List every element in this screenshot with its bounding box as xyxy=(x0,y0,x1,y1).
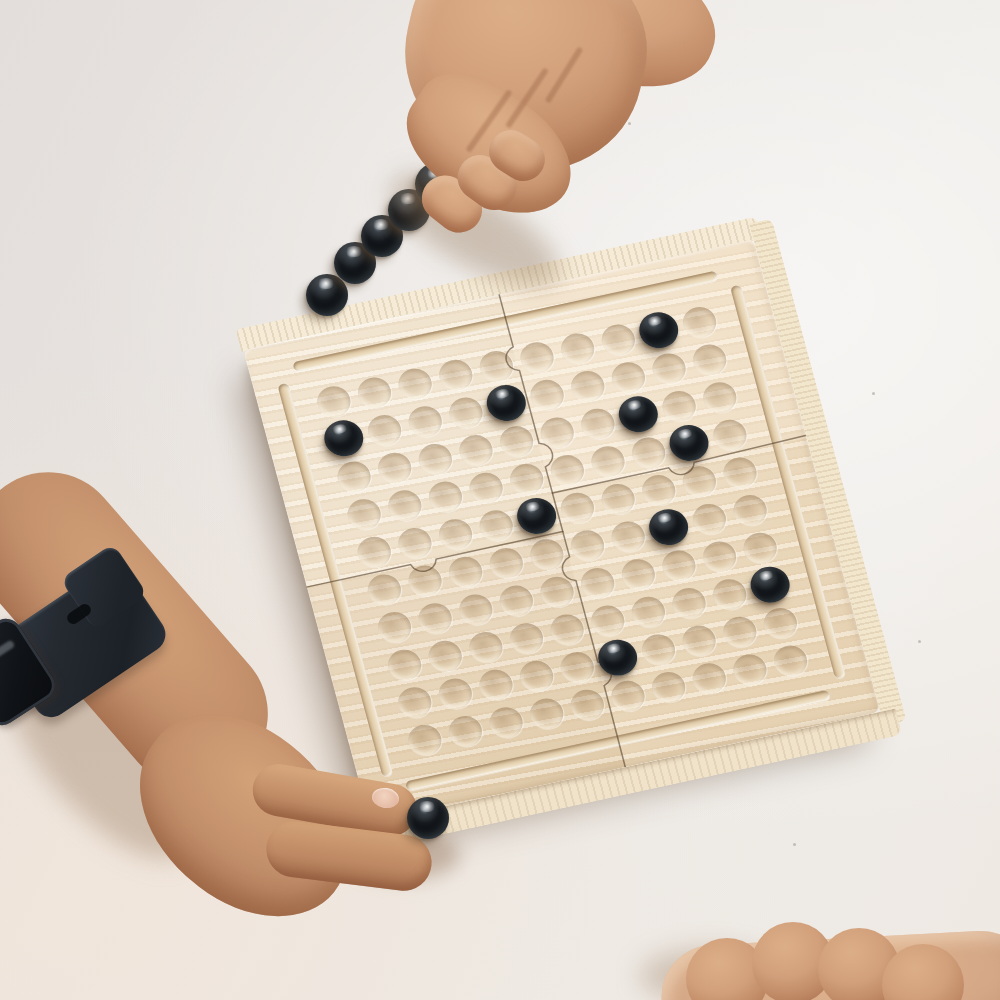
dimple-r4-c10[interactable] xyxy=(709,416,749,453)
dimple-r4-c1[interactable] xyxy=(344,496,384,533)
dimple-r10-c10[interactable] xyxy=(770,642,810,679)
dust-speck xyxy=(872,392,875,395)
dimple-r2-c3[interactable] xyxy=(405,403,445,440)
dimple-r10-c7[interactable] xyxy=(648,669,688,706)
dimple-r8-c2[interactable] xyxy=(425,637,465,674)
dimple-r7-c6[interactable] xyxy=(577,565,617,602)
loose-black-marble-1[interactable] xyxy=(306,274,348,316)
dimple-r6-c6[interactable] xyxy=(567,527,607,564)
dimple-r8-c7[interactable] xyxy=(628,593,668,630)
dimple-r3-c4[interactable] xyxy=(455,432,495,469)
dust-speck xyxy=(793,843,796,846)
dimple-r9-c8[interactable] xyxy=(678,622,718,659)
dimple-r10-c9[interactable] xyxy=(729,651,769,688)
dimple-r3-c9[interactable] xyxy=(659,388,699,425)
dimple-r4-c2[interactable] xyxy=(384,487,424,524)
dimple-r10-c6[interactable] xyxy=(607,677,647,714)
dimple-r1-c7[interactable] xyxy=(557,330,597,367)
dimple-r1-c8[interactable] xyxy=(598,321,638,358)
dimple-r2-c4[interactable] xyxy=(445,394,485,431)
dimple-r4-c8[interactable] xyxy=(628,434,668,471)
dimple-r2-c2[interactable] xyxy=(364,412,404,449)
black-marble-r9-c6[interactable] xyxy=(593,636,640,679)
dimple-r2-c8[interactable] xyxy=(608,359,648,396)
dimple-r9-c5[interactable] xyxy=(557,649,597,686)
dimple-r9-c9[interactable] xyxy=(719,613,759,650)
dimple-r9-c10[interactable] xyxy=(760,605,800,642)
dimple-r3-c10[interactable] xyxy=(699,379,739,416)
dimple-r5-c8[interactable] xyxy=(638,472,678,509)
dimple-r8-c8[interactable] xyxy=(668,585,708,622)
dimple-r3-c2[interactable] xyxy=(374,449,414,486)
dimple-r6-c1[interactable] xyxy=(364,571,404,608)
black-marble-r3-c8[interactable] xyxy=(614,392,661,435)
dimple-r9-c7[interactable] xyxy=(638,631,678,668)
dust-speck xyxy=(918,640,921,643)
dimple-r4-c5[interactable] xyxy=(506,461,546,498)
dimple-r2-c10[interactable] xyxy=(689,341,729,378)
dimple-r6-c3[interactable] xyxy=(445,553,485,590)
tabletop-scene xyxy=(0,0,1000,1000)
dimple-r8-c6[interactable] xyxy=(587,602,627,639)
dimple-r10-c5[interactable] xyxy=(567,686,607,723)
dimple-r7-c2[interactable] xyxy=(414,600,454,637)
dimple-r1-c10[interactable] xyxy=(679,304,719,341)
dimple-r2-c9[interactable] xyxy=(648,350,688,387)
dimple-r3-c3[interactable] xyxy=(415,441,455,478)
dimple-r6-c5[interactable] xyxy=(526,536,566,573)
dimple-r5-c2[interactable] xyxy=(394,525,434,562)
dimple-r6-c10[interactable] xyxy=(729,492,769,529)
dimple-r5-c4[interactable] xyxy=(476,507,516,544)
dimple-r7-c9[interactable] xyxy=(699,538,739,575)
dimple-r7-c10[interactable] xyxy=(740,529,780,566)
dimple-r6-c9[interactable] xyxy=(689,501,729,538)
dimple-r8-c4[interactable] xyxy=(506,620,546,657)
dimple-r8-c3[interactable] xyxy=(465,629,505,666)
dimple-r5-c9[interactable] xyxy=(679,463,719,500)
dimple-r1-c4[interactable] xyxy=(435,356,475,393)
dimple-r7-c8[interactable] xyxy=(658,547,698,584)
dimple-r3-c6[interactable] xyxy=(537,414,577,451)
board-anchor xyxy=(243,239,880,822)
dimple-r4-c3[interactable] xyxy=(425,478,465,515)
black-marble-r5-c5[interactable] xyxy=(512,494,559,537)
black-marble-being-placed[interactable] xyxy=(407,797,449,839)
dimple-r3-c7[interactable] xyxy=(577,405,617,442)
dimple-r10-c1[interactable] xyxy=(404,722,444,759)
black-marble-r2-c1[interactable] xyxy=(320,416,367,459)
dimple-r2-c6[interactable] xyxy=(526,376,566,413)
dimple-r9-c3[interactable] xyxy=(475,666,515,703)
black-marble-r6-c8[interactable] xyxy=(644,505,691,548)
dimple-r3-c5[interactable] xyxy=(496,423,536,460)
dimple-r4-c4[interactable] xyxy=(465,469,505,506)
dimple-r1-c2[interactable] xyxy=(354,374,394,411)
dimple-r1-c6[interactable] xyxy=(516,339,556,376)
dimple-r6-c4[interactable] xyxy=(486,545,526,582)
dimple-r8-c5[interactable] xyxy=(546,611,586,648)
dimple-r10-c2[interactable] xyxy=(445,713,485,750)
dimple-r4-c6[interactable] xyxy=(547,452,587,489)
dimple-r1-c5[interactable] xyxy=(476,348,516,385)
dimple-r1-c3[interactable] xyxy=(394,365,434,402)
dimple-r8-c1[interactable] xyxy=(384,646,424,683)
dimple-r10-c4[interactable] xyxy=(526,695,566,732)
dimple-r7-c3[interactable] xyxy=(455,591,495,628)
dimple-r10-c3[interactable] xyxy=(485,704,525,741)
dimple-r9-c1[interactable] xyxy=(394,684,434,721)
dimple-r3-c1[interactable] xyxy=(333,458,373,495)
dimple-r6-c7[interactable] xyxy=(608,518,648,555)
dimple-r7-c5[interactable] xyxy=(536,573,576,610)
dimple-r10-c8[interactable] xyxy=(689,660,729,697)
dimple-r9-c2[interactable] xyxy=(435,675,475,712)
dimple-r7-c4[interactable] xyxy=(496,582,536,619)
dimple-r2-c7[interactable] xyxy=(567,368,607,405)
dimple-r7-c1[interactable] xyxy=(374,609,414,646)
dimple-r4-c7[interactable] xyxy=(587,443,627,480)
black-marble-r4-c9[interactable] xyxy=(665,421,712,464)
dimple-r9-c4[interactable] xyxy=(516,657,556,694)
dimple-r5-c10[interactable] xyxy=(719,454,759,491)
dimple-r5-c7[interactable] xyxy=(597,481,637,518)
dimple-r5-c3[interactable] xyxy=(435,516,475,553)
dimple-r5-c6[interactable] xyxy=(557,489,597,526)
black-marble-r8-c10[interactable] xyxy=(746,563,793,606)
dimple-r7-c7[interactable] xyxy=(618,556,658,593)
dimple-r6-c2[interactable] xyxy=(404,562,444,599)
black-marble-r1-c9[interactable] xyxy=(635,308,682,351)
dust-speck xyxy=(628,122,631,125)
dimple-r5-c1[interactable] xyxy=(354,533,394,570)
black-marble-r2-c5[interactable] xyxy=(482,381,529,424)
dimple-r1-c1[interactable] xyxy=(313,383,353,420)
dimple-r8-c9[interactable] xyxy=(709,576,749,613)
